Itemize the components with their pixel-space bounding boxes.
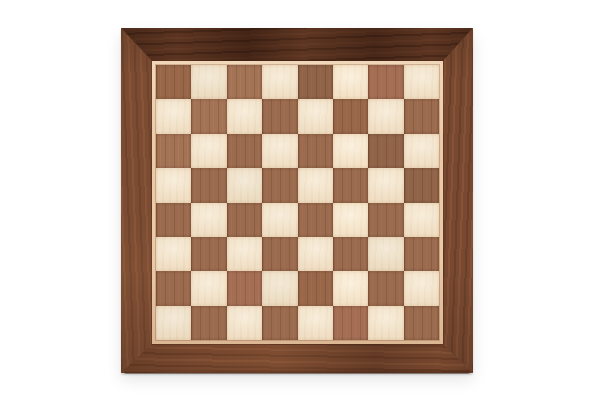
square-d2	[262, 271, 297, 305]
square-b1	[191, 306, 226, 340]
square-g2	[368, 271, 403, 305]
square-d8	[262, 65, 297, 99]
square-a3	[156, 237, 191, 271]
square-g3	[368, 237, 403, 271]
square-c3	[227, 237, 262, 271]
square-g1	[368, 306, 403, 340]
square-f8	[333, 65, 368, 99]
square-b8	[191, 65, 226, 99]
square-d7	[262, 99, 297, 133]
square-b3	[191, 237, 226, 271]
square-b7	[191, 99, 226, 133]
square-f7	[333, 99, 368, 133]
square-c7	[227, 99, 262, 133]
square-e6	[298, 134, 333, 168]
square-a4	[156, 203, 191, 237]
square-g7	[368, 99, 403, 133]
square-h5	[404, 168, 439, 202]
square-b5	[191, 168, 226, 202]
square-a7	[156, 99, 191, 133]
square-f6	[333, 134, 368, 168]
square-e5	[298, 168, 333, 202]
square-b4	[191, 203, 226, 237]
square-h6	[404, 134, 439, 168]
square-e3	[298, 237, 333, 271]
square-g6	[368, 134, 403, 168]
square-c2	[227, 271, 262, 305]
square-a8	[156, 65, 191, 99]
square-h2	[404, 271, 439, 305]
board-grid	[156, 65, 439, 340]
square-f5	[333, 168, 368, 202]
board-inlay-border	[152, 61, 443, 344]
square-d4	[262, 203, 297, 237]
square-f3	[333, 237, 368, 271]
square-f2	[333, 271, 368, 305]
square-d6	[262, 134, 297, 168]
square-e7	[298, 99, 333, 133]
square-a5	[156, 168, 191, 202]
square-c4	[227, 203, 262, 237]
square-e4	[298, 203, 333, 237]
square-h3	[404, 237, 439, 271]
square-g4	[368, 203, 403, 237]
square-d3	[262, 237, 297, 271]
photo-background	[0, 0, 600, 400]
square-h8	[404, 65, 439, 99]
square-d1	[262, 306, 297, 340]
square-d5	[262, 168, 297, 202]
square-f1	[333, 306, 368, 340]
square-a6	[156, 134, 191, 168]
square-c8	[227, 65, 262, 99]
chessboard	[121, 28, 473, 373]
square-e2	[298, 271, 333, 305]
square-e1	[298, 306, 333, 340]
square-c6	[227, 134, 262, 168]
square-b6	[191, 134, 226, 168]
square-c1	[227, 306, 262, 340]
square-h1	[404, 306, 439, 340]
square-a2	[156, 271, 191, 305]
square-b2	[191, 271, 226, 305]
square-a1	[156, 306, 191, 340]
square-e8	[298, 65, 333, 99]
square-g5	[368, 168, 403, 202]
square-g8	[368, 65, 403, 99]
square-h7	[404, 99, 439, 133]
square-c5	[227, 168, 262, 202]
square-h4	[404, 203, 439, 237]
square-f4	[333, 203, 368, 237]
